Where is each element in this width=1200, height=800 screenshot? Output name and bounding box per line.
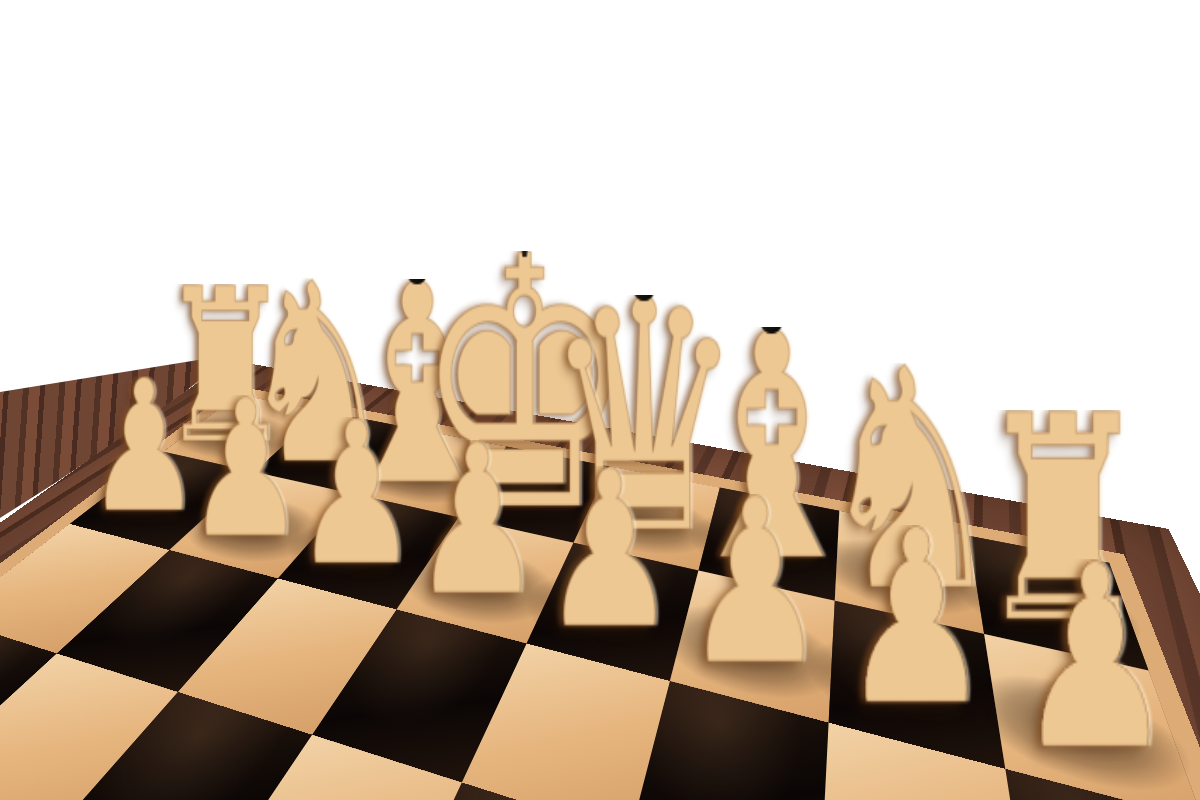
perspective-scene: ♜♞♝♚♛♝♞♜♟♟♟♟♟♟♟♟ — [0, 0, 1200, 800]
board-grid: ♜♞♝♚♛♝♞♜♟♟♟♟♟♟♟♟ — [0, 0, 1124, 800]
white-pawn: ♟ — [87, 376, 202, 518]
chess-set-photo: ♜♞♝♚♛♝♞♜♟♟♟♟♟♟♟♟ — [0, 0, 1200, 800]
black-ball-finial — [633, 277, 654, 301]
white-pawn: ♟ — [294, 417, 419, 571]
white-pawn: ♟ — [186, 395, 306, 543]
chess-board: ♜♞♝♚♛♝♞♜♟♟♟♟♟♟♟♟ — [0, 0, 1169, 800]
black-ball-finial — [761, 309, 783, 334]
white-pawn: ♟ — [1015, 559, 1175, 756]
white-pawn: ♟ — [541, 465, 678, 634]
white-pawn: ♟ — [841, 525, 992, 712]
white-pawn: ♟ — [412, 440, 543, 601]
rosewood-frame: ♜♞♝♚♛♝♞♜♟♟♟♟♟♟♟♟ — [0, 0, 1169, 800]
white-pawn: ♟ — [683, 493, 827, 670]
king-spike-finial — [516, 207, 534, 257]
